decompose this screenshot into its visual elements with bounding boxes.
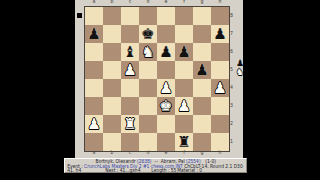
file-label-d: d [143,151,153,156]
square-g8[interactable] [193,7,211,25]
file-labels-bottom: abcdefgh [85,151,229,157]
file-label-b: b [107,0,117,5]
caption-strip: Bortnyk, Olexandr (2638) -- Abram, Pal (… [64,158,247,173]
square-c8[interactable] [121,7,139,25]
square-f5[interactable] [175,61,193,79]
rank-label-2: 2 [230,119,234,129]
file-label-e: e [161,151,171,156]
file-label-g: g [197,151,207,156]
square-f4[interactable] [175,79,193,97]
square-a1[interactable] [85,133,103,151]
square-h2[interactable] [211,115,229,133]
white-knight: ♞ [141,43,154,61]
white-pawn: ♟ [177,97,190,115]
square-g3[interactable] [193,97,211,115]
square-c4[interactable] [121,79,139,97]
square-d2[interactable] [139,115,157,133]
square-h5[interactable] [211,61,229,79]
square-b6[interactable] [103,43,121,61]
square-f8[interactable] [175,7,193,25]
white-pawn: ♟ [159,79,172,97]
square-b2[interactable] [103,115,121,133]
black-rook: ♜ [177,133,190,151]
square-e5[interactable] [157,61,175,79]
next-move: Next : 41...gxh4 [105,168,140,173]
rank-label-8: 8 [230,11,234,21]
white-pawn: ♟ [87,115,100,133]
square-e6[interactable]: ♟ [157,43,175,61]
square-c3[interactable] [121,97,139,115]
rank-label-5: 5 [230,65,234,75]
white-pawn: ♟ [213,79,226,97]
length-value: 55 [171,168,177,173]
square-d6[interactable]: ♞ [139,43,157,61]
square-g4[interactable] [193,79,211,97]
black-pawn: ♟ [195,61,208,79]
file-labels-top: abcdefgh [85,0,229,6]
file-label-f: f [179,151,189,156]
file-label-h: h [215,0,225,5]
square-d3[interactable] [139,97,157,115]
square-a4[interactable] [85,79,103,97]
square-h7[interactable]: ♟ [211,25,229,43]
square-e7[interactable] [157,25,175,43]
square-g2[interactable] [193,115,211,133]
square-h3[interactable] [211,97,229,115]
square-f3[interactable]: ♟ [175,97,193,115]
square-d5[interactable] [139,61,157,79]
length-label: Length : [151,168,170,173]
material-label: Material : [177,168,199,173]
rank-label-3: 3 [230,101,234,111]
square-b5[interactable] [103,61,121,79]
square-a6[interactable] [85,43,103,61]
square-c2[interactable]: ♜ [121,115,139,133]
square-c1[interactable] [121,133,139,151]
square-d8[interactable] [139,7,157,25]
square-a7[interactable]: ♟ [85,25,103,43]
white-king: ♚ [159,97,172,115]
square-g6[interactable] [193,43,211,61]
file-label-f: f [179,0,189,5]
last-move: 41. h4 [67,168,81,173]
square-c6[interactable]: ♝ [121,43,139,61]
next-label: Next : [105,168,120,173]
rank-label-6: 6 [230,47,234,57]
square-e8[interactable] [157,7,175,25]
file-label-h: h [215,151,225,156]
square-a5[interactable] [85,61,103,79]
square-a3[interactable] [85,97,103,115]
file-label-c: c [125,151,135,156]
rank-label-1: 1 [230,137,234,147]
square-h6[interactable] [211,43,229,61]
square-f7[interactable] [175,25,193,43]
square-b4[interactable] [103,79,121,97]
square-a8[interactable] [85,7,103,25]
black-pawn: ♟ [213,25,226,43]
square-b7[interactable] [103,25,121,43]
white-rook: ♜ [123,115,136,133]
square-b1[interactable] [103,133,121,151]
square-f2[interactable] [175,115,193,133]
rank-label-4: 4 [230,83,234,93]
square-e3[interactable]: ♚ [157,97,175,115]
square-g5[interactable]: ♟ [193,61,211,79]
square-h4[interactable]: ♟ [211,79,229,97]
square-c7[interactable] [121,25,139,43]
square-e1[interactable] [157,133,175,151]
square-d4[interactable] [139,79,157,97]
file-label-e: e [161,0,171,5]
file-label-c: c [125,0,135,5]
video-frame: { "game": "chess", "position": "8/p2k3p/… [0,0,320,180]
square-f1[interactable]: ♜ [175,133,193,151]
square-f6[interactable]: ♟ [175,43,193,61]
square-b8[interactable] [103,7,121,25]
file-label-a: a [89,0,99,5]
material-balance: Material : 0 [177,168,202,173]
file-label-b: b [107,151,117,156]
black-bishop: ♝ [123,43,136,61]
square-e4[interactable]: ♟ [157,79,175,97]
white-knight-icon: ♞ [235,68,245,77]
game-length: Length : 55 [151,168,176,173]
square-b3[interactable] [103,97,121,115]
square-e2[interactable] [157,115,175,133]
black-pawn: ♟ [177,43,190,61]
file-label-d: d [143,0,153,5]
black-king: ♚ [141,25,154,43]
black-pawn: ♟ [87,25,100,43]
file-label-g: g [197,0,207,5]
next-move-value: 41...gxh4 [120,168,141,173]
square-c5[interactable]: ♟ [121,61,139,79]
board: ♟♚♟♝♞♟♟♟♟♟♟♚♟♟♜♜ [85,7,229,151]
file-label-a: a [89,151,99,156]
square-d1[interactable] [139,133,157,151]
square-g7[interactable] [193,25,211,43]
square-a2[interactable]: ♟ [85,115,103,133]
square-h1[interactable] [211,133,229,151]
side-to-move-indicator [77,13,82,18]
square-d7[interactable]: ♚ [139,25,157,43]
material-icons: ♟ ♞ [235,59,245,85]
material-value: 0 [199,168,202,173]
black-pawn: ♟ [159,43,172,61]
square-h8[interactable] [211,7,229,25]
white-pawn: ♟ [123,61,136,79]
rank-label-7: 7 [230,29,234,39]
square-g1[interactable] [193,133,211,151]
